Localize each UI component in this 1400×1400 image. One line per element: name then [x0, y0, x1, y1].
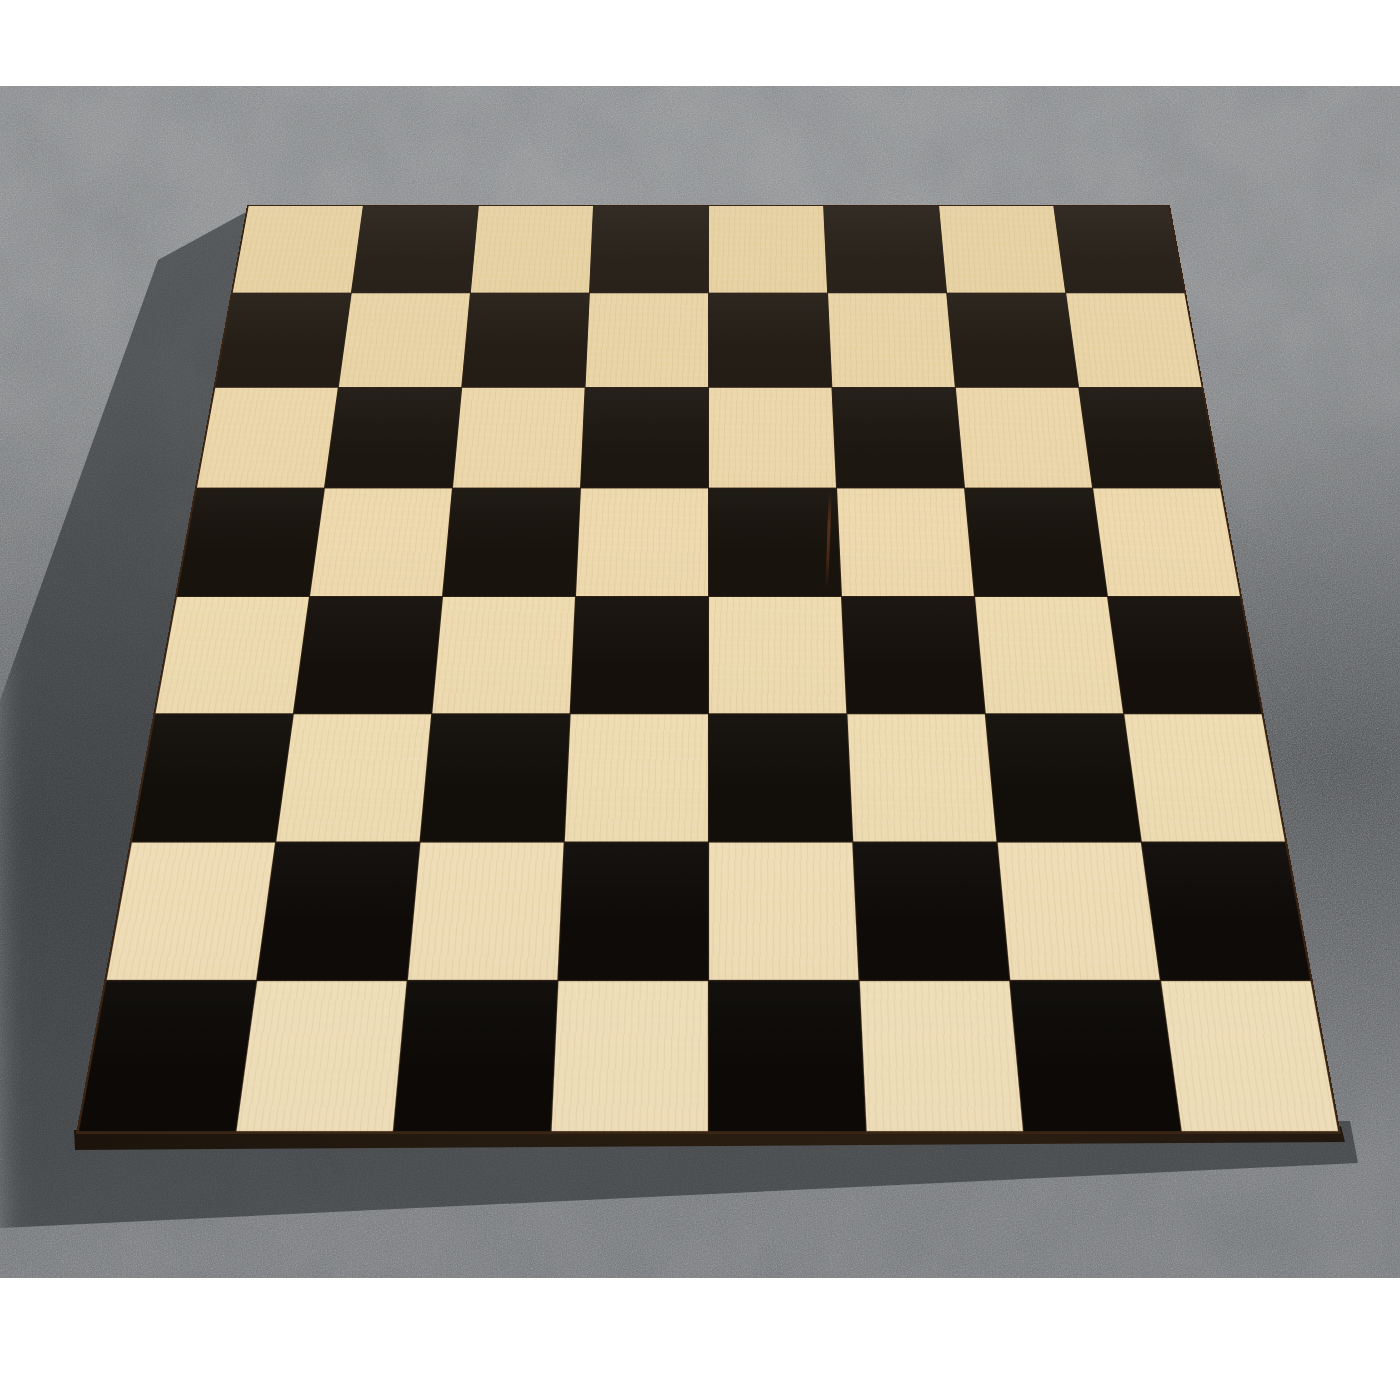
square-d3 [564, 715, 707, 841]
square-b5 [310, 488, 452, 596]
square-g6 [955, 387, 1091, 487]
square-b7 [338, 294, 469, 387]
square-d8 [589, 206, 707, 293]
square-e4 [709, 597, 846, 714]
square-b8 [351, 206, 477, 293]
square-h8 [1054, 206, 1184, 293]
square-d2 [558, 842, 707, 980]
square-c4 [432, 597, 575, 714]
square-d4 [570, 597, 707, 714]
square-a3 [132, 715, 293, 841]
square-h2 [1141, 842, 1309, 980]
square-f4 [842, 597, 985, 714]
square-a7 [215, 294, 350, 387]
square-a2 [106, 842, 274, 980]
square-h5 [1093, 488, 1240, 596]
square-d1 [551, 981, 707, 1131]
square-b4 [293, 597, 441, 714]
square-h7 [1066, 294, 1201, 387]
product-photo [0, 0, 1400, 1400]
square-g1 [1010, 981, 1180, 1131]
square-f1 [859, 981, 1022, 1131]
square-g2 [997, 842, 1159, 980]
square-c8 [470, 206, 592, 293]
square-e1 [709, 981, 865, 1131]
square-a6 [197, 387, 338, 487]
square-f8 [824, 206, 946, 293]
square-h1 [1160, 981, 1337, 1131]
square-b3 [276, 715, 431, 841]
square-a5 [177, 488, 324, 596]
square-a4 [155, 597, 308, 714]
square-f3 [847, 715, 996, 841]
square-d6 [580, 387, 707, 487]
square-b1 [236, 981, 406, 1131]
square-h6 [1079, 387, 1220, 487]
square-g3 [985, 715, 1140, 841]
square-c7 [462, 294, 589, 387]
square-e8 [708, 206, 826, 293]
bottom-white-margin [0, 1278, 1400, 1400]
square-d5 [576, 488, 708, 596]
square-d7 [585, 294, 707, 387]
square-h3 [1124, 715, 1285, 841]
square-b2 [257, 842, 419, 980]
square-f5 [837, 488, 974, 596]
square-e6 [708, 387, 835, 487]
square-c6 [453, 387, 585, 487]
square-c3 [420, 715, 569, 841]
square-g4 [975, 597, 1123, 714]
square-c2 [407, 842, 563, 980]
top-white-margin [0, 0, 1400, 86]
square-f2 [853, 842, 1009, 980]
square-g7 [947, 294, 1078, 387]
square-c1 [394, 981, 557, 1131]
square-e2 [709, 842, 858, 980]
square-e7 [708, 294, 830, 387]
square-g5 [965, 488, 1107, 596]
square-f6 [832, 387, 964, 487]
square-h4 [1108, 597, 1261, 714]
square-e3 [709, 715, 852, 841]
chess-board [76, 205, 1341, 1134]
square-a8 [232, 206, 362, 293]
square-f7 [828, 294, 955, 387]
square-g8 [939, 206, 1065, 293]
square-c5 [443, 488, 580, 596]
square-b6 [325, 387, 461, 487]
square-e5 [708, 488, 840, 596]
square-a1 [78, 981, 255, 1131]
